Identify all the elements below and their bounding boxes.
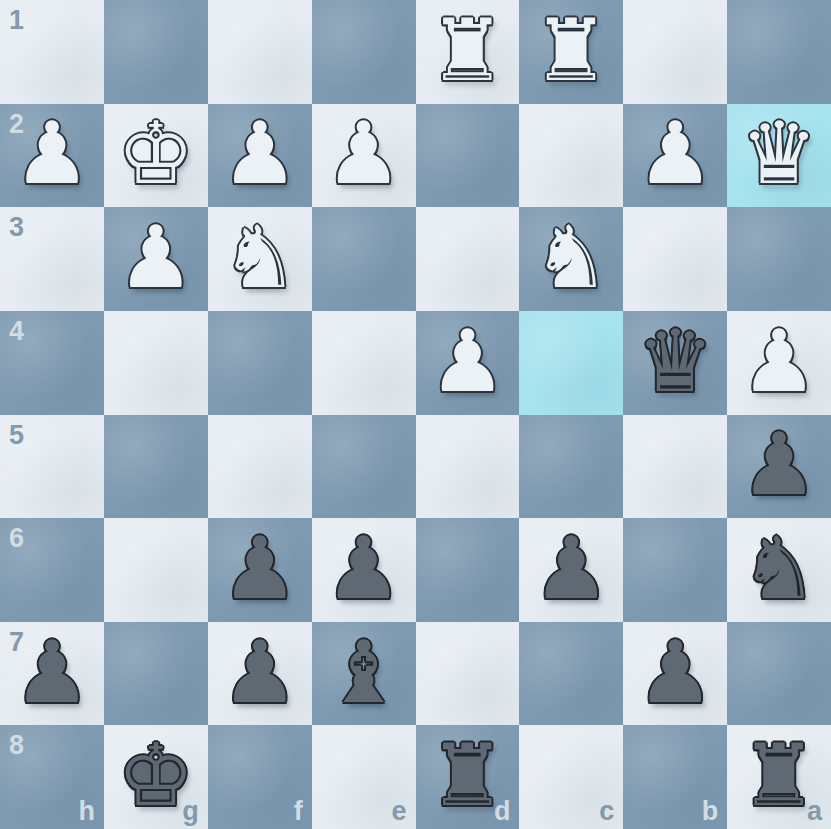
rank-label-5: 5 [9, 422, 24, 449]
square-b4[interactable]: ♛ [623, 311, 727, 415]
square-g8[interactable]: g♚ [104, 725, 208, 829]
black-pawn[interactable]: ♟ [637, 629, 714, 715]
square-c3[interactable]: ♞ [519, 207, 623, 311]
square-e1[interactable] [312, 0, 416, 104]
white-pawn[interactable]: ♟ [429, 318, 506, 404]
square-a3[interactable] [727, 207, 831, 311]
rank-label-8: 8 [9, 732, 24, 759]
square-a5[interactable]: ♟ [727, 415, 831, 519]
square-d1[interactable]: ♜ [416, 0, 520, 104]
square-f1[interactable] [208, 0, 312, 104]
black-rook[interactable]: ♜ [741, 732, 818, 818]
square-h3[interactable]: 3 [0, 207, 104, 311]
square-b8[interactable]: b [623, 725, 727, 829]
square-b3[interactable] [623, 207, 727, 311]
rank-label-6: 6 [9, 525, 24, 552]
square-a7[interactable] [727, 622, 831, 726]
square-b5[interactable] [623, 415, 727, 519]
black-queen[interactable]: ♛ [637, 318, 714, 404]
square-h8[interactable]: 8h [0, 725, 104, 829]
square-b2[interactable]: ♟ [623, 104, 727, 208]
square-d7[interactable] [416, 622, 520, 726]
file-label-f: f [294, 798, 303, 825]
square-h2[interactable]: 2♟ [0, 104, 104, 208]
square-c4[interactable] [519, 311, 623, 415]
square-h4[interactable]: 4 [0, 311, 104, 415]
square-d8[interactable]: d♜ [416, 725, 520, 829]
square-f6[interactable]: ♟ [208, 518, 312, 622]
file-label-c: c [599, 798, 614, 825]
chess-board: 1♜♜2♟♚♟♟♟♛3♟♞♞4♟♛♟5♟6♟♟♟♞7♟♟♝♟8hg♚fed♜cb… [0, 0, 831, 829]
square-a8[interactable]: a♜ [727, 725, 831, 829]
square-g2[interactable]: ♚ [104, 104, 208, 208]
square-e7[interactable]: ♝ [312, 622, 416, 726]
square-b7[interactable]: ♟ [623, 622, 727, 726]
rank-label-3: 3 [9, 214, 24, 241]
black-knight[interactable]: ♞ [741, 525, 818, 611]
square-g1[interactable] [104, 0, 208, 104]
square-f7[interactable]: ♟ [208, 622, 312, 726]
square-a2[interactable]: ♛ [727, 104, 831, 208]
black-king[interactable]: ♚ [117, 732, 194, 818]
square-h5[interactable]: 5 [0, 415, 104, 519]
black-bishop[interactable]: ♝ [325, 629, 402, 715]
white-knight[interactable]: ♞ [533, 214, 610, 300]
square-g3[interactable]: ♟ [104, 207, 208, 311]
rank-label-4: 4 [9, 318, 24, 345]
white-rook[interactable]: ♜ [429, 7, 506, 93]
square-d5[interactable] [416, 415, 520, 519]
square-e3[interactable] [312, 207, 416, 311]
square-f8[interactable]: f [208, 725, 312, 829]
black-pawn[interactable]: ♟ [533, 525, 610, 611]
square-c2[interactable] [519, 104, 623, 208]
white-pawn[interactable]: ♟ [13, 110, 90, 196]
square-c8[interactable]: c [519, 725, 623, 829]
black-pawn[interactable]: ♟ [221, 525, 298, 611]
square-b1[interactable] [623, 0, 727, 104]
square-g4[interactable] [104, 311, 208, 415]
square-c1[interactable]: ♜ [519, 0, 623, 104]
square-e8[interactable]: e [312, 725, 416, 829]
black-pawn[interactable]: ♟ [325, 525, 402, 611]
square-e6[interactable]: ♟ [312, 518, 416, 622]
square-d3[interactable] [416, 207, 520, 311]
white-rook[interactable]: ♜ [533, 7, 610, 93]
black-pawn[interactable]: ♟ [13, 629, 90, 715]
square-c7[interactable] [519, 622, 623, 726]
file-label-b: b [702, 798, 719, 825]
square-d2[interactable] [416, 104, 520, 208]
square-f2[interactable]: ♟ [208, 104, 312, 208]
white-king[interactable]: ♚ [117, 110, 194, 196]
file-label-h: h [78, 798, 95, 825]
black-rook[interactable]: ♜ [429, 732, 506, 818]
white-knight[interactable]: ♞ [221, 214, 298, 300]
white-pawn[interactable]: ♟ [221, 110, 298, 196]
square-h6[interactable]: 6 [0, 518, 104, 622]
square-e2[interactable]: ♟ [312, 104, 416, 208]
square-g5[interactable] [104, 415, 208, 519]
square-c6[interactable]: ♟ [519, 518, 623, 622]
file-label-e: e [391, 798, 406, 825]
white-pawn[interactable]: ♟ [117, 214, 194, 300]
black-pawn[interactable]: ♟ [221, 629, 298, 715]
white-pawn[interactable]: ♟ [325, 110, 402, 196]
square-h7[interactable]: 7♟ [0, 622, 104, 726]
square-f4[interactable] [208, 311, 312, 415]
square-g6[interactable] [104, 518, 208, 622]
white-pawn[interactable]: ♟ [741, 318, 818, 404]
white-pawn[interactable]: ♟ [637, 110, 714, 196]
square-e5[interactable] [312, 415, 416, 519]
square-a4[interactable]: ♟ [727, 311, 831, 415]
square-h1[interactable]: 1 [0, 0, 104, 104]
square-e4[interactable] [312, 311, 416, 415]
square-f3[interactable]: ♞ [208, 207, 312, 311]
square-g7[interactable] [104, 622, 208, 726]
square-b6[interactable] [623, 518, 727, 622]
black-pawn[interactable]: ♟ [741, 421, 818, 507]
rank-label-1: 1 [9, 7, 24, 34]
white-queen[interactable]: ♛ [741, 110, 818, 196]
square-f5[interactable] [208, 415, 312, 519]
square-d6[interactable] [416, 518, 520, 622]
square-a1[interactable] [727, 0, 831, 104]
square-d4[interactable]: ♟ [416, 311, 520, 415]
square-a6[interactable]: ♞ [727, 518, 831, 622]
square-c5[interactable] [519, 415, 623, 519]
